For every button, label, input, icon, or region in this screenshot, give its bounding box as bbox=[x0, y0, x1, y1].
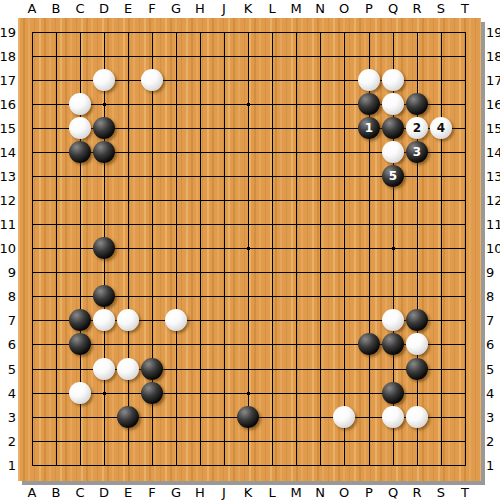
grid-line-horizontal bbox=[32, 441, 466, 442]
stone-black-Q4 bbox=[382, 382, 404, 404]
stone-black-P16 bbox=[358, 93, 380, 115]
coord-label-left-12: 12 bbox=[0, 194, 16, 207]
coord-label-right-9: 9 bbox=[486, 266, 500, 279]
grid-line-horizontal bbox=[32, 200, 466, 201]
coord-label-left-6: 6 bbox=[0, 338, 16, 351]
coord-label-top-L: L bbox=[260, 2, 284, 15]
stone-white-D17 bbox=[93, 69, 115, 91]
stone-black-C7 bbox=[69, 309, 91, 331]
stone-black-C6 bbox=[69, 333, 91, 355]
coord-label-right-16: 16 bbox=[486, 98, 500, 111]
coord-label-left-1: 1 bbox=[0, 459, 16, 472]
stone-white-C16 bbox=[69, 93, 91, 115]
grid-line-vertical bbox=[272, 32, 273, 466]
coord-label-right-13: 13 bbox=[486, 170, 500, 183]
coord-label-right-19: 19 bbox=[486, 26, 500, 39]
coord-label-bottom-K: K bbox=[236, 486, 260, 499]
coord-label-left-5: 5 bbox=[0, 363, 16, 376]
stone-white-D5 bbox=[93, 358, 115, 380]
star-point-Q10 bbox=[392, 247, 395, 250]
star-point-D4 bbox=[103, 392, 106, 395]
stone-black-P15: 1 bbox=[358, 117, 380, 139]
star-point-D16 bbox=[103, 103, 106, 106]
coord-label-bottom-B: B bbox=[44, 486, 68, 499]
stone-black-D15 bbox=[93, 117, 115, 139]
coord-label-bottom-D: D bbox=[92, 486, 116, 499]
coord-label-bottom-R: R bbox=[405, 486, 429, 499]
coord-label-left-18: 18 bbox=[0, 50, 16, 63]
grid-line-vertical bbox=[176, 32, 177, 466]
coord-label-right-6: 6 bbox=[486, 338, 500, 351]
coord-label-top-M: M bbox=[284, 2, 308, 15]
coord-label-top-R: R bbox=[405, 2, 429, 15]
coord-label-top-T: T bbox=[453, 2, 477, 15]
stone-white-C15 bbox=[69, 117, 91, 139]
coord-label-top-O: O bbox=[332, 2, 356, 15]
grid-line-horizontal bbox=[32, 272, 466, 273]
coord-label-right-14: 14 bbox=[486, 146, 500, 159]
coord-label-left-4: 4 bbox=[0, 387, 16, 400]
coord-label-right-15: 15 bbox=[486, 122, 500, 135]
grid-line-vertical bbox=[200, 32, 201, 466]
coord-label-bottom-M: M bbox=[284, 486, 308, 499]
coord-label-left-11: 11 bbox=[0, 218, 16, 231]
coord-label-left-13: 13 bbox=[0, 170, 16, 183]
coord-label-bottom-A: A bbox=[20, 486, 44, 499]
coord-label-bottom-E: E bbox=[116, 486, 140, 499]
coord-label-left-2: 2 bbox=[0, 435, 16, 448]
grid-line-vertical bbox=[224, 32, 225, 466]
coord-label-right-7: 7 bbox=[486, 314, 500, 327]
coord-label-top-B: B bbox=[44, 2, 68, 15]
stone-black-F5 bbox=[141, 358, 163, 380]
coord-label-top-N: N bbox=[308, 2, 332, 15]
coord-label-bottom-Q: Q bbox=[381, 486, 405, 499]
coord-label-left-10: 10 bbox=[0, 242, 16, 255]
stone-black-K3 bbox=[237, 406, 259, 428]
coord-label-top-D: D bbox=[92, 2, 116, 15]
coord-label-top-G: G bbox=[164, 2, 188, 15]
coord-label-bottom-O: O bbox=[332, 486, 356, 499]
coord-label-top-K: K bbox=[236, 2, 260, 15]
stone-white-S15: 4 bbox=[430, 117, 452, 139]
coord-label-bottom-F: F bbox=[140, 486, 164, 499]
coord-label-left-3: 3 bbox=[0, 411, 16, 424]
coord-label-top-J: J bbox=[212, 2, 236, 15]
stone-white-R6 bbox=[406, 333, 428, 355]
go-board[interactable]: 13524 bbox=[18, 18, 481, 481]
coord-label-left-8: 8 bbox=[0, 290, 16, 303]
coord-label-top-C: C bbox=[68, 2, 92, 15]
coord-label-top-H: H bbox=[188, 2, 212, 15]
coord-label-left-7: 7 bbox=[0, 314, 16, 327]
coord-label-right-11: 11 bbox=[486, 218, 500, 231]
stone-black-R7 bbox=[406, 309, 428, 331]
stone-black-R14: 3 bbox=[406, 141, 428, 163]
grid-line-vertical bbox=[56, 32, 57, 466]
grid-line-vertical bbox=[128, 32, 129, 466]
grid-line-vertical bbox=[320, 32, 321, 466]
move-number-label: 1 bbox=[365, 121, 373, 135]
stone-black-Q6 bbox=[382, 333, 404, 355]
stone-white-R3 bbox=[406, 406, 428, 428]
stone-black-F4 bbox=[141, 382, 163, 404]
coord-label-bottom-H: H bbox=[188, 486, 212, 499]
stone-white-D7 bbox=[93, 309, 115, 331]
coord-label-bottom-P: P bbox=[357, 486, 381, 499]
coord-label-top-S: S bbox=[429, 2, 453, 15]
coord-label-bottom-G: G bbox=[164, 486, 188, 499]
stone-black-R5 bbox=[406, 358, 428, 380]
coord-label-bottom-S: S bbox=[429, 486, 453, 499]
coord-label-right-3: 3 bbox=[486, 411, 500, 424]
stone-white-R15: 2 bbox=[406, 117, 428, 139]
stone-white-E5 bbox=[117, 358, 139, 380]
stone-white-O3 bbox=[333, 406, 355, 428]
coord-label-right-18: 18 bbox=[486, 50, 500, 63]
coord-label-bottom-T: T bbox=[453, 486, 477, 499]
star-point-K4 bbox=[247, 392, 250, 395]
coord-label-bottom-J: J bbox=[212, 486, 236, 499]
coord-label-top-P: P bbox=[357, 2, 381, 15]
stone-black-D8 bbox=[93, 285, 115, 307]
stone-white-C4 bbox=[69, 382, 91, 404]
coord-label-left-9: 9 bbox=[0, 266, 16, 279]
stone-white-Q7 bbox=[382, 309, 404, 331]
grid-line-vertical bbox=[465, 32, 466, 466]
coord-label-right-17: 17 bbox=[486, 74, 500, 87]
star-point-K16 bbox=[247, 103, 250, 106]
coord-label-right-1: 1 bbox=[486, 459, 500, 472]
coord-label-left-14: 14 bbox=[0, 146, 16, 159]
grid-line-vertical bbox=[32, 32, 33, 466]
coord-label-bottom-L: L bbox=[260, 486, 284, 499]
coord-label-right-4: 4 bbox=[486, 387, 500, 400]
coord-label-left-19: 19 bbox=[0, 26, 16, 39]
stone-white-Q14 bbox=[382, 141, 404, 163]
coord-label-bottom-C: C bbox=[68, 486, 92, 499]
move-number-label: 2 bbox=[413, 121, 421, 135]
stone-white-Q17 bbox=[382, 69, 404, 91]
coord-label-left-16: 16 bbox=[0, 98, 16, 111]
stone-white-F17 bbox=[141, 69, 163, 91]
grid-line-horizontal bbox=[32, 56, 466, 57]
stone-white-E7 bbox=[117, 309, 139, 331]
coord-label-right-8: 8 bbox=[486, 290, 500, 303]
coord-label-bottom-N: N bbox=[308, 486, 332, 499]
move-number-label: 5 bbox=[389, 169, 397, 183]
grid-line-horizontal bbox=[32, 465, 466, 466]
grid-line-horizontal bbox=[32, 224, 466, 225]
coord-label-top-Q: Q bbox=[381, 2, 405, 15]
grid-line-vertical bbox=[441, 32, 442, 466]
go-diagram: ABCDEFGHJKLMNOPQRST ABCDEFGHJKLMNOPQRST … bbox=[0, 0, 500, 500]
stone-black-D14 bbox=[93, 141, 115, 163]
stone-black-E3 bbox=[117, 406, 139, 428]
coord-label-left-17: 17 bbox=[0, 74, 16, 87]
move-number-label: 4 bbox=[437, 121, 445, 135]
stone-white-Q3 bbox=[382, 406, 404, 428]
coord-label-right-10: 10 bbox=[486, 242, 500, 255]
coord-label-top-A: A bbox=[20, 2, 44, 15]
stone-black-C14 bbox=[69, 141, 91, 163]
move-number-label: 3 bbox=[413, 145, 421, 159]
stone-white-Q16 bbox=[382, 93, 404, 115]
grid-line-vertical bbox=[344, 32, 345, 466]
coord-label-top-E: E bbox=[116, 2, 140, 15]
stone-white-P17 bbox=[358, 69, 380, 91]
stone-black-P6 bbox=[358, 333, 380, 355]
stone-black-Q15 bbox=[382, 117, 404, 139]
stone-white-G7 bbox=[165, 309, 187, 331]
stone-black-Q13: 5 bbox=[382, 165, 404, 187]
coord-label-top-F: F bbox=[140, 2, 164, 15]
stone-black-R16 bbox=[406, 93, 428, 115]
grid-line-vertical bbox=[296, 32, 297, 466]
stone-black-D10 bbox=[93, 237, 115, 259]
coord-label-right-5: 5 bbox=[486, 363, 500, 376]
coord-label-right-12: 12 bbox=[486, 194, 500, 207]
grid-line-horizontal bbox=[32, 32, 466, 33]
star-point-K10 bbox=[247, 247, 250, 250]
coord-label-right-2: 2 bbox=[486, 435, 500, 448]
coord-label-left-15: 15 bbox=[0, 122, 16, 135]
